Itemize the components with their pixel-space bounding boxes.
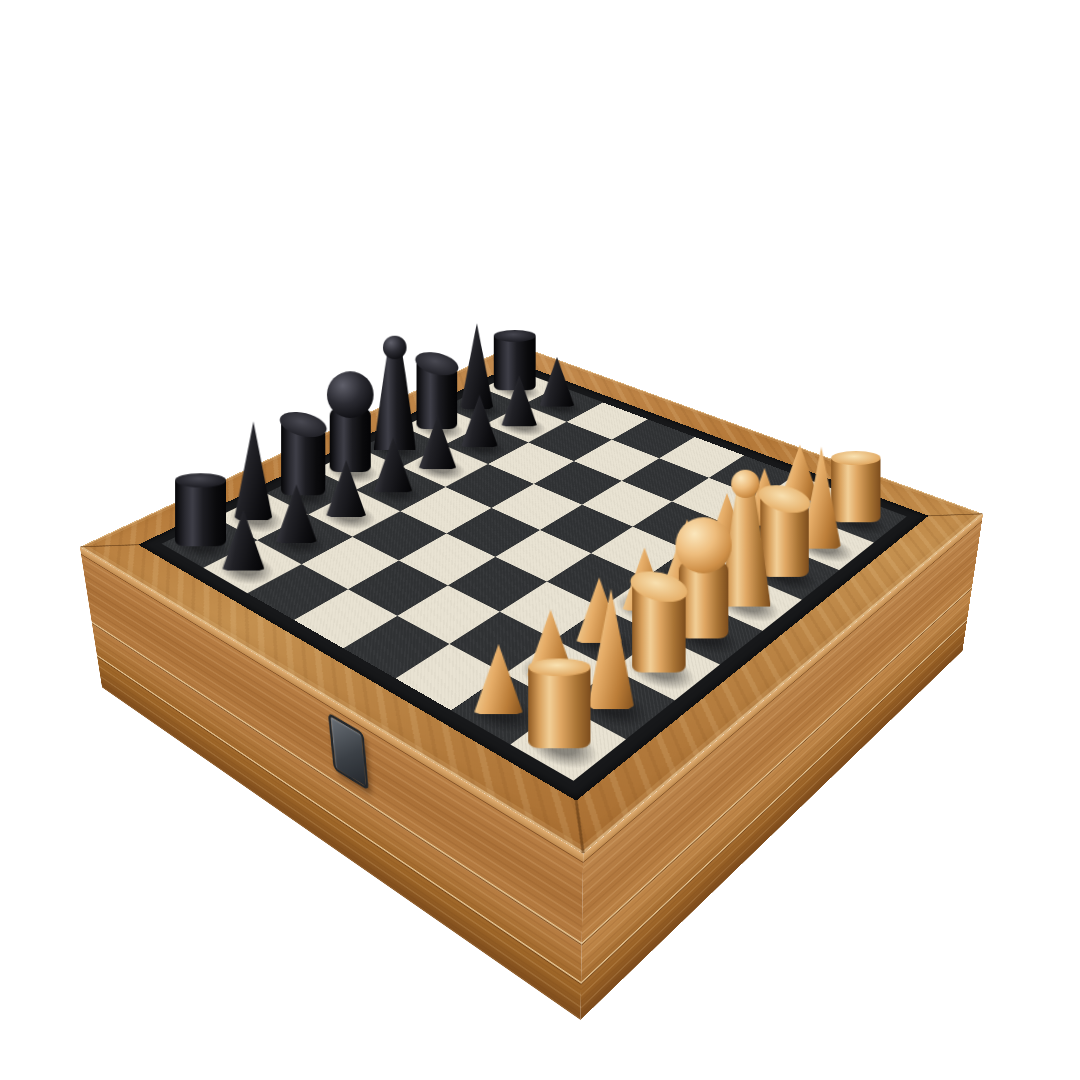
piece-black-pawn [276,484,317,543]
scene [0,0,1080,1080]
piece-white-knight [588,589,634,710]
piece-black-knight [235,421,273,520]
piece-black-pawn [327,460,366,517]
piece-white-bishop [632,570,686,672]
piece-black-pawn [374,437,412,493]
piece-black-bishop [281,411,325,496]
piece-black-pawn [502,375,537,426]
piece-black-pawn [540,357,574,407]
chess-case [80,344,983,853]
piece-white-rook [528,659,591,749]
piece-black-rook [175,473,226,546]
piece-black-king [374,336,416,450]
square-c6 [352,511,446,560]
piece-black-queen [326,371,375,472]
piece-black-pawn [223,510,265,571]
piece-black-pawn [419,415,456,469]
piece-black-pawn [461,395,497,448]
board-top [80,344,983,853]
piece-white-pawn [474,644,522,714]
product-photo[interactable] [0,0,1080,1080]
